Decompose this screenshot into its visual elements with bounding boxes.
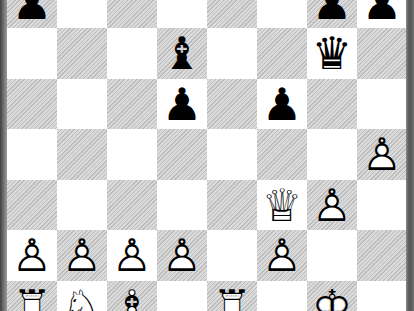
white-pawn: ♟♙: [157, 230, 207, 281]
white-pawn: ♟♙: [57, 230, 107, 281]
square-h1[interactable]: [357, 281, 407, 311]
black-pawn-icon: ♟: [162, 81, 202, 126]
square-a1[interactable]: ♜♖: [7, 281, 57, 311]
square-f2[interactable]: ♟♙: [257, 230, 307, 281]
white-pawn-icon: ♙: [312, 182, 352, 227]
white-pawn-icon: ♙: [112, 233, 152, 278]
square-d3[interactable]: [157, 180, 207, 231]
square-d1[interactable]: [157, 281, 207, 311]
square-b4[interactable]: [57, 129, 107, 180]
square-f5[interactable]: ♟: [257, 79, 307, 130]
square-d5[interactable]: ♟: [157, 79, 207, 130]
chess-board: ♟♟♟♝♛♟♟♟♙♛♕♟♙♟♙♟♙♟♙♟♙♟♙♜♖♞♘♝♗♜♖♚♔: [7, 0, 407, 311]
white-queen: ♛♕: [257, 180, 307, 231]
square-a3[interactable]: [7, 180, 57, 231]
white-king: ♚♔: [307, 281, 357, 311]
square-g3[interactable]: ♟♙: [307, 180, 357, 231]
square-c6[interactable]: [107, 28, 157, 79]
square-a7[interactable]: ♟: [7, 0, 57, 28]
white-pawn-icon: ♙: [362, 132, 402, 177]
white-rook: ♜♖: [7, 281, 57, 311]
white-rook-icon: ♖: [12, 283, 52, 311]
black-bishop-icon: ♝: [162, 31, 202, 76]
black-pawn: ♟: [357, 0, 407, 28]
square-d4[interactable]: [157, 129, 207, 180]
white-knight: ♞♘: [57, 281, 107, 311]
square-b3[interactable]: [57, 180, 107, 231]
square-c2[interactable]: ♟♙: [107, 230, 157, 281]
square-f6[interactable]: [257, 28, 307, 79]
square-c1[interactable]: ♝♗: [107, 281, 157, 311]
square-f3[interactable]: ♛♕: [257, 180, 307, 231]
square-h5[interactable]: [357, 79, 407, 130]
square-g2[interactable]: [307, 230, 357, 281]
square-e1[interactable]: ♜♖: [207, 281, 257, 311]
white-pawn: ♟♙: [107, 230, 157, 281]
square-a4[interactable]: [7, 129, 57, 180]
square-b1[interactable]: ♞♘: [57, 281, 107, 311]
square-a2[interactable]: ♟♙: [7, 230, 57, 281]
black-pawn-icon: ♟: [262, 81, 302, 126]
square-c3[interactable]: [107, 180, 157, 231]
white-pawn-icon: ♙: [62, 233, 102, 278]
square-f7[interactable]: [257, 0, 307, 28]
square-d6[interactable]: ♝: [157, 28, 207, 79]
square-b5[interactable]: [57, 79, 107, 130]
black-pawn-icon: ♟: [312, 0, 352, 25]
square-a5[interactable]: [7, 79, 57, 130]
white-rook: ♜♖: [207, 281, 257, 311]
square-a6[interactable]: [7, 28, 57, 79]
square-g1[interactable]: ♚♔: [307, 281, 357, 311]
black-queen: ♛: [307, 28, 357, 79]
white-queen-icon: ♕: [262, 182, 302, 227]
square-h7[interactable]: ♟: [357, 0, 407, 28]
white-pawn: ♟♙: [7, 230, 57, 281]
white-pawn-icon: ♙: [262, 233, 302, 278]
black-pawn: ♟: [257, 79, 307, 130]
black-queen-icon: ♛: [312, 31, 352, 76]
square-g5[interactable]: [307, 79, 357, 130]
black-pawn: ♟: [157, 79, 207, 130]
white-bishop: ♝♗: [107, 281, 157, 311]
square-f4[interactable]: [257, 129, 307, 180]
square-g6[interactable]: ♛: [307, 28, 357, 79]
white-pawn-icon: ♙: [162, 233, 202, 278]
square-d7[interactable]: [157, 0, 207, 28]
board-left-border: [0, 0, 7, 311]
square-h4[interactable]: ♟♙: [357, 129, 407, 180]
white-pawn-icon: ♙: [12, 233, 52, 278]
square-f1[interactable]: [257, 281, 307, 311]
board-right-border: [406, 0, 414, 311]
black-pawn-icon: ♟: [362, 0, 402, 25]
square-e7[interactable]: [207, 0, 257, 28]
white-pawn: ♟♙: [257, 230, 307, 281]
square-c5[interactable]: [107, 79, 157, 130]
square-b6[interactable]: [57, 28, 107, 79]
black-pawn-icon: ♟: [12, 0, 52, 25]
black-bishop: ♝: [157, 28, 207, 79]
square-g7[interactable]: ♟: [307, 0, 357, 28]
square-b2[interactable]: ♟♙: [57, 230, 107, 281]
white-king-icon: ♔: [312, 283, 352, 311]
square-e3[interactable]: [207, 180, 257, 231]
white-pawn: ♟♙: [357, 129, 407, 180]
square-e6[interactable]: [207, 28, 257, 79]
chess-diagram: ♟♟♟♝♛♟♟♟♙♛♕♟♙♟♙♟♙♟♙♟♙♟♙♜♖♞♘♝♗♜♖♚♔: [0, 0, 414, 311]
white-bishop-icon: ♗: [112, 283, 152, 311]
square-c4[interactable]: [107, 129, 157, 180]
square-g4[interactable]: [307, 129, 357, 180]
white-knight-icon: ♘: [62, 283, 102, 311]
square-e4[interactable]: [207, 129, 257, 180]
white-rook-icon: ♖: [212, 283, 252, 311]
black-pawn: ♟: [7, 0, 57, 28]
square-h6[interactable]: [357, 28, 407, 79]
square-b7[interactable]: [57, 0, 107, 28]
black-pawn: ♟: [307, 0, 357, 28]
square-e2[interactable]: [207, 230, 257, 281]
square-h3[interactable]: [357, 180, 407, 231]
square-e5[interactable]: [207, 79, 257, 130]
square-c7[interactable]: [107, 0, 157, 28]
square-d2[interactable]: ♟♙: [157, 230, 207, 281]
square-h2[interactable]: [357, 230, 407, 281]
white-pawn: ♟♙: [307, 180, 357, 231]
